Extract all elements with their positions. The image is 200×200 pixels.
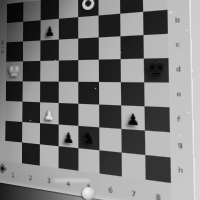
square-h1[interactable] — [5, 141, 22, 163]
square-d2[interactable] — [23, 61, 41, 82]
square-f2[interactable] — [22, 102, 40, 124]
square-c4[interactable] — [59, 39, 78, 61]
file-label-h: h — [179, 167, 184, 175]
square-c2[interactable] — [23, 41, 41, 62]
square-f6[interactable] — [99, 105, 121, 129]
white-rook-topview-icon — [82, 0, 94, 10]
square-d6[interactable] — [99, 59, 121, 82]
black-pawn-icon: ♟ — [126, 111, 140, 127]
square-d7[interactable] — [121, 59, 145, 83]
square-h3[interactable] — [40, 144, 59, 168]
square-c6[interactable] — [99, 36, 121, 59]
square-a4[interactable] — [59, 0, 78, 19]
black-pawn-icon: ♟ — [44, 24, 55, 38]
file-label-c: c — [176, 42, 180, 49]
square-f5[interactable] — [78, 104, 99, 128]
square-d5[interactable] — [78, 60, 99, 82]
piece-white-rook-a5[interactable] — [78, 0, 98, 17]
piece-black-knight-g5[interactable]: ♞ — [78, 126, 99, 150]
square-d3[interactable] — [40, 61, 59, 82]
file-label-d: d — [176, 66, 181, 73]
square-e2[interactable] — [22, 81, 40, 102]
file-label-f: f — [177, 116, 180, 123]
square-h7[interactable] — [122, 153, 146, 180]
square-b7[interactable] — [120, 12, 143, 37]
square-b4[interactable] — [59, 17, 78, 39]
white-pawn-icon: ♟ — [44, 108, 55, 122]
square-h5[interactable] — [78, 148, 99, 173]
square-b6[interactable] — [99, 14, 121, 38]
rank-label-1: 1 — [10, 172, 17, 179]
square-e7[interactable] — [121, 82, 145, 106]
square-c7[interactable] — [120, 35, 143, 59]
piece-black-king-d8[interactable]: ♚ — [144, 58, 169, 82]
square-e8[interactable] — [144, 82, 169, 107]
file-label-g: g — [178, 142, 183, 149]
square-h2[interactable] — [22, 143, 40, 166]
black-knight-icon: ♞ — [81, 128, 96, 147]
rank-label-3: 3 — [45, 177, 53, 185]
piece-white-pawn-f3[interactable]: ♟ — [40, 102, 59, 124]
square-e4[interactable] — [59, 82, 79, 104]
square-g6[interactable] — [99, 127, 121, 152]
square-g2[interactable] — [22, 122, 40, 144]
rank-label-7: 7 — [129, 190, 139, 199]
captured-white-piece[interactable] — [82, 187, 95, 200]
square-a2[interactable] — [23, 0, 40, 22]
square-g8[interactable] — [145, 131, 171, 158]
square-e6[interactable] — [99, 82, 121, 105]
square-a3[interactable] — [41, 0, 59, 20]
square-h8[interactable] — [145, 155, 171, 183]
square-h6[interactable] — [99, 150, 122, 176]
square-b8[interactable] — [143, 10, 168, 35]
board-logo-icon: ◈ — [0, 160, 7, 174]
square-b1[interactable] — [7, 22, 24, 43]
square-d4[interactable] — [59, 60, 79, 82]
square-f8[interactable] — [145, 106, 170, 132]
square-b2[interactable] — [23, 20, 41, 41]
file-label-e: e — [177, 91, 182, 98]
piece-black-pawn-b3[interactable]: ♟ — [40, 19, 58, 41]
black-pawn-icon: ♟ — [63, 130, 75, 145]
rank-label-6: 6 — [106, 186, 115, 195]
square-c5[interactable] — [78, 37, 99, 60]
rank-label-2: 2 — [27, 174, 34, 181]
black-king-icon: ♚ — [146, 57, 167, 80]
board-squares — [5, 0, 171, 183]
chessboard[interactable]: VIN 12345678 abcdefgh ◈ ♚♟♚♟♞♟♟ — [5, 0, 171, 183]
square-c3[interactable] — [40, 40, 58, 61]
square-e1[interactable] — [6, 81, 23, 101]
square-g7[interactable] — [121, 129, 145, 155]
square-g1[interactable] — [5, 121, 22, 143]
piece-white-king-d1[interactable]: ♚ — [6, 61, 23, 81]
square-e3[interactable] — [40, 82, 59, 103]
piece-black-pawn-g4[interactable]: ♟ — [59, 125, 79, 149]
piece-black-pawn-f7[interactable]: ♟ — [121, 105, 145, 130]
square-f1[interactable] — [6, 101, 23, 122]
square-h4[interactable] — [59, 146, 79, 171]
square-g3[interactable] — [40, 123, 59, 146]
square-b5[interactable] — [78, 15, 99, 38]
photo-scene: VIN 12345678 abcdefgh ◈ ♚♟♚♟♞♟♟ — [0, 0, 200, 200]
rank-label-8: 8 — [153, 193, 163, 200]
file-label-b: b — [175, 17, 180, 24]
white-king-icon: ♚ — [7, 60, 21, 79]
board-edge-highlight — [54, 179, 90, 182]
square-e5[interactable] — [78, 82, 99, 105]
board-brand-text: VIN — [0, 39, 5, 54]
square-f4[interactable] — [59, 103, 79, 126]
square-a1[interactable] — [7, 2, 24, 23]
